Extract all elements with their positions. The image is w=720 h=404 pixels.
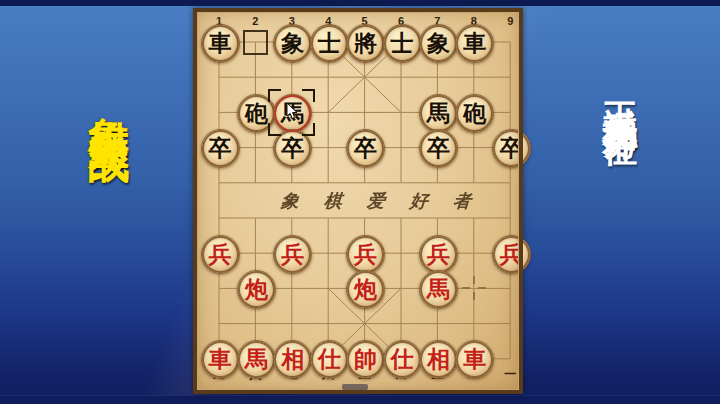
piece-red-炮-f5r8[interactable]: 炮 [346,270,385,309]
river-char-5: 者 [452,189,472,213]
file-label-bottom-9: 一 [499,368,521,380]
piece-black-卒-f5r4[interactable]: 卒 [346,129,385,168]
marker-origin-square [243,30,268,55]
piece-black-卒-f7r4[interactable]: 卒 [419,129,458,168]
piece-black-車-f8r1[interactable]: 車 [455,24,494,63]
piece-black-馬-f7r3[interactable]: 馬 [419,94,458,133]
river-char-2: 棋 [323,189,343,213]
piece-black-車-f1r1[interactable]: 車 [201,24,240,63]
piece-red-兵-f5r7[interactable]: 兵 [346,235,385,274]
marker-selection-brackets [268,89,315,136]
piece-black-士-f4r1[interactable]: 士 [310,24,349,63]
river-char-4: 好 [409,189,429,213]
top-letterbox-bar [0,0,720,6]
river-char-3: 爱 [366,189,386,213]
xiangqi-board[interactable]: 象棋爱好者 123456789 九八七六五四三二一 車象士將士象車砲馬馬砲卒卒卒… [193,8,523,394]
piece-black-士-f6r1[interactable]: 士 [383,24,422,63]
screen: 象棋大师实战 王斌先和孙勇征 [0,0,720,404]
piece-red-仕-f4r10[interactable]: 仕 [310,340,349,379]
piece-black-象-f3r1[interactable]: 象 [273,24,312,63]
bottom-watermark-smudge [342,384,368,390]
piece-black-卒-f9r4[interactable]: 卒 [492,129,531,168]
marker-point-cross [462,276,486,300]
piece-red-馬-f2r10[interactable]: 馬 [237,340,276,379]
piece-black-象-f7r1[interactable]: 象 [419,24,458,63]
piece-red-馬-f7r8[interactable]: 馬 [419,270,458,309]
file-label-top-9: 9 [499,15,521,27]
river-char-1: 象 [280,189,300,213]
piece-red-兵-f7r7[interactable]: 兵 [419,235,458,274]
piece-red-炮-f2r8[interactable]: 炮 [237,270,276,309]
piece-black-卒-f1r4[interactable]: 卒 [201,129,240,168]
file-label-top-2: 2 [244,15,266,27]
river-watermark-text: 象棋爱好者 [280,188,472,214]
left-title: 象棋大师实战 [82,84,137,114]
piece-red-仕-f6r10[interactable]: 仕 [383,340,422,379]
piece-red-兵-f9r7[interactable]: 兵 [492,235,531,274]
piece-red-兵-f3r7[interactable]: 兵 [273,235,312,274]
piece-red-兵-f1r7[interactable]: 兵 [201,235,240,274]
piece-black-砲-f8r3[interactable]: 砲 [455,94,494,133]
piece-black-將-f5r1[interactable]: 將 [346,24,385,63]
bottom-letterbox-bar [0,395,720,404]
right-title: 王斌先和孙勇征 [596,74,643,109]
piece-red-車-f1r10[interactable]: 車 [201,340,240,379]
piece-red-相-f7r10[interactable]: 相 [419,340,458,379]
